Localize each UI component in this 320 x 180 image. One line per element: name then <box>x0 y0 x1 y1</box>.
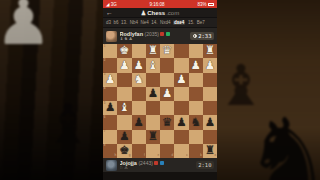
square-f8[interactable]: f <box>132 144 146 158</box>
square-e5[interactable] <box>146 101 160 115</box>
piece-white-knight: ♞ <box>133 74 143 86</box>
piece-white-bishop: ♝ <box>119 102 129 114</box>
square-a3[interactable] <box>203 73 217 87</box>
square-d2[interactable] <box>160 58 174 72</box>
square-h5[interactable]: 5♟ <box>103 101 117 115</box>
status-time: 9:16:08 <box>150 2 165 7</box>
chesscom-logo: ♟ Chess .com <box>141 9 179 16</box>
player-bar-bottom: Jojojja (2443) ♘♙ 2:10 <box>103 158 217 172</box>
square-d8[interactable]: d <box>160 144 174 158</box>
piece-white-pawn: ♟ <box>162 88 172 100</box>
move-list[interactable]: d3b613.Nb4Ne414.Nxd4dxe415.Be7 <box>103 18 217 28</box>
square-d6[interactable]: ♛ <box>160 115 174 129</box>
square-b3[interactable] <box>189 73 203 87</box>
phone-screenshot: ◢ 3G 9:16:08 83% ← ♟ Chess .com d3b613.N… <box>103 0 217 180</box>
square-c4[interactable] <box>174 87 188 101</box>
square-b1[interactable] <box>189 44 203 58</box>
square-c6[interactable]: ♟ <box>174 115 188 129</box>
piece-white-pawn: ♟ <box>133 60 143 72</box>
piece-black-pawn: ♟ <box>148 88 158 100</box>
piece-white-pawn: ♟ <box>190 60 200 72</box>
move-item[interactable]: Be7 <box>197 20 205 25</box>
square-g3[interactable] <box>117 73 131 87</box>
square-a8[interactable]: a♜ <box>203 144 217 158</box>
player-flags-top <box>160 32 170 36</box>
rank-coordinate: 4 <box>104 87 106 90</box>
move-item[interactable]: 15. <box>188 20 194 25</box>
rank-coordinate: 6 <box>104 116 106 119</box>
piece-black-pawn: ♟ <box>105 102 115 114</box>
square-a5[interactable] <box>203 101 217 115</box>
captured-pieces-top: ♝♞♟ <box>120 37 134 42</box>
piece-white-pawn: ♟ <box>105 74 115 86</box>
piece-black-pawn: ♟ <box>176 117 186 129</box>
file-coordinate: g <box>129 154 131 157</box>
square-f1[interactable] <box>132 44 146 58</box>
rank-coordinate: 2 <box>104 59 106 62</box>
screenshot-stage: ♟ ♝ ♝ ♞ ◢ 3G 9:16:08 83% ← ♟ Chess .com … <box>0 0 320 180</box>
move-item[interactable]: Nxd4 <box>160 20 171 25</box>
square-b2[interactable]: ♟ <box>189 58 203 72</box>
piece-black-queen: ♛ <box>162 117 172 129</box>
status-bar: ◢ 3G 9:16:08 83% <box>103 0 217 8</box>
piece-white-pawn: ♟ <box>205 60 215 72</box>
square-h3[interactable]: 3♟ <box>103 73 117 87</box>
clock-top-time: 2:33 <box>198 33 211 39</box>
square-b4[interactable] <box>189 87 203 101</box>
square-b5[interactable] <box>189 101 203 115</box>
logo-pawn-icon: ♟ <box>141 9 146 16</box>
captured-pieces-bottom: ♘♙ <box>120 166 129 171</box>
square-g7[interactable]: ♟ <box>117 130 131 144</box>
square-c8[interactable]: c <box>174 144 188 158</box>
square-e1[interactable]: ♜ <box>146 44 160 58</box>
square-e6[interactable] <box>146 115 160 129</box>
move-item[interactable]: 13. <box>121 20 127 25</box>
move-item[interactable]: dxe4 <box>173 20 185 25</box>
square-c5[interactable] <box>174 101 188 115</box>
move-item[interactable]: b6 <box>114 20 119 25</box>
square-g2[interactable]: ♟ <box>117 58 131 72</box>
file-coordinate: e <box>158 154 160 157</box>
square-h7[interactable]: 7 <box>103 130 117 144</box>
square-e4[interactable]: ♟ <box>146 87 160 101</box>
piece-black-pawn: ♟ <box>119 131 129 143</box>
square-f6[interactable]: ♟ <box>132 115 146 129</box>
status-signal: ◢ 3G <box>106 2 117 7</box>
file-coordinate: h <box>115 154 117 157</box>
square-g1[interactable]: ♚ <box>117 44 131 58</box>
rank-coordinate: 3 <box>104 73 106 76</box>
square-a7[interactable] <box>203 130 217 144</box>
background-left-wood: ♟ ♝ <box>0 0 107 180</box>
background-vignette <box>0 0 107 180</box>
piece-black-pawn: ♟ <box>133 117 143 129</box>
square-a6[interactable]: ♟ <box>203 115 217 129</box>
file-coordinate: a <box>215 154 217 157</box>
rank-coordinate: 7 <box>104 130 106 133</box>
square-c3[interactable]: ♟ <box>174 73 188 87</box>
move-item[interactable]: 14. <box>151 20 157 25</box>
background-right-wood: ♝ ♞ <box>213 0 320 180</box>
piece-white-pawn: ♟ <box>119 60 129 72</box>
square-g4[interactable] <box>117 87 131 101</box>
file-coordinate: d <box>172 154 174 157</box>
piece-black-rook: ♜ <box>148 131 158 143</box>
square-h4[interactable]: 4 <box>103 87 117 101</box>
avatar-bottom[interactable] <box>106 160 117 171</box>
file-coordinate: b <box>200 154 202 157</box>
battery-percent: 83% <box>197 2 206 7</box>
square-h1[interactable]: 1 <box>103 44 117 58</box>
battery-icon <box>208 3 214 6</box>
nav-bar: ← ♟ Chess .com <box>103 8 217 18</box>
piece-white-bishop: ♝ <box>148 60 158 72</box>
square-e3[interactable] <box>146 73 160 87</box>
square-b6[interactable]: ♞ <box>189 115 203 129</box>
piece-white-king: ♚ <box>119 45 129 57</box>
flag-badge <box>154 161 158 165</box>
square-h2[interactable]: 2 <box>103 58 117 72</box>
logo-suffix: .com <box>166 10 179 16</box>
square-g5[interactable]: ♝ <box>117 101 131 115</box>
timer-icon <box>193 34 197 38</box>
piece-black-rook: ♜ <box>205 145 215 157</box>
rank-coordinate: 8 <box>104 144 106 147</box>
square-d3[interactable] <box>160 73 174 87</box>
square-e2[interactable]: ♝ <box>146 58 160 72</box>
square-f3[interactable]: ♞ <box>132 73 146 87</box>
square-b7[interactable] <box>189 130 203 144</box>
square-b8[interactable]: b <box>189 144 203 158</box>
rank-coordinate: 5 <box>104 102 106 105</box>
player-flags-bottom <box>154 161 164 165</box>
avatar-top[interactable] <box>106 31 117 42</box>
square-e7[interactable]: ♜ <box>146 130 160 144</box>
square-a2[interactable]: ♟ <box>203 58 217 72</box>
clock-bottom-time: 2:10 <box>198 162 211 168</box>
square-g6[interactable] <box>117 115 131 129</box>
file-coordinate: c <box>186 154 188 157</box>
flag-badge <box>160 32 164 36</box>
piece-white-rook: ♜ <box>205 45 215 57</box>
square-f7[interactable] <box>132 130 146 144</box>
player-bar-top: Rodlyfan (2035) ♝♞♟ 2:33 <box>103 28 217 44</box>
rank-coordinate: 1 <box>104 45 106 48</box>
flag-badge <box>166 32 170 36</box>
square-a1[interactable]: ♜ <box>203 44 217 58</box>
background-vignette <box>213 0 320 180</box>
move-item[interactable]: Nb4 <box>130 20 138 25</box>
clock-top: 2:33 <box>190 32 214 40</box>
move-item[interactable]: Ne4 <box>141 20 149 25</box>
square-c7[interactable] <box>174 130 188 144</box>
piece-black-pawn: ♟ <box>205 117 215 129</box>
square-g8[interactable]: g♚ <box>117 144 131 158</box>
back-arrow-icon[interactable]: ← <box>106 9 113 16</box>
square-e8[interactable]: e <box>146 144 160 158</box>
board: 1♚♜♛♜2♟♟♝♟♟3♟♞♟4♟♟5♟♝6♟♛♟♞♟7♟♜8hg♚fedcba… <box>103 44 217 158</box>
square-c2[interactable] <box>174 58 188 72</box>
square-d1[interactable]: ♛ <box>160 44 174 58</box>
bottom-toolbar <box>103 172 217 180</box>
square-c1[interactable] <box>174 44 188 58</box>
piece-white-queen: ♛ <box>162 45 172 57</box>
square-a4[interactable] <box>203 87 217 101</box>
square-d5[interactable] <box>160 101 174 115</box>
square-d7[interactable] <box>160 130 174 144</box>
square-f4[interactable] <box>132 87 146 101</box>
flag-badge <box>160 161 164 165</box>
piece-white-pawn: ♟ <box>176 74 186 86</box>
move-item[interactable]: d3 <box>106 20 111 25</box>
logo-text: Chess <box>147 10 165 16</box>
square-h8[interactable]: 8h <box>103 144 117 158</box>
piece-white-rook: ♜ <box>148 45 158 57</box>
piece-black-knight: ♞ <box>190 117 200 129</box>
square-f5[interactable] <box>132 101 146 115</box>
square-d4[interactable]: ♟ <box>160 87 174 101</box>
clock-bottom: 2:10 <box>196 161 214 169</box>
square-h6[interactable]: 6 <box>103 115 117 129</box>
square-f2[interactable]: ♟ <box>132 58 146 72</box>
